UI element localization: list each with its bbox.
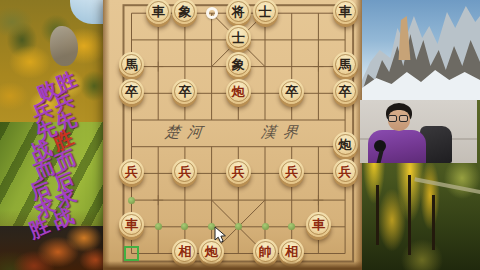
piece-red-chariot[interactable]: 車 <box>306 212 331 237</box>
river-label-right: 漢界 <box>260 123 306 143</box>
move-hint-dot[interactable] <box>128 197 135 204</box>
piece-red-cannon[interactable]: 炮 <box>226 79 251 104</box>
board-edge-left <box>103 0 110 270</box>
piece-black-elephant[interactable]: 象 <box>172 0 197 24</box>
rock-outcrop <box>50 26 78 66</box>
piece-red-soldier[interactable]: 兵 <box>279 159 304 184</box>
tree-trunk <box>376 185 379 245</box>
piece-red-soldier[interactable]: 兵 <box>226 159 251 184</box>
piece-red-soldier[interactable]: 兵 <box>333 159 358 184</box>
piece-black-soldier[interactable]: 卒 <box>279 79 304 104</box>
piece-black-horse[interactable]: 馬 <box>119 52 144 77</box>
piece-red-chariot[interactable]: 車 <box>119 212 144 237</box>
streamer-head <box>386 103 412 132</box>
piece-black-soldier[interactable]: 卒 <box>333 79 358 104</box>
tree-trunk <box>432 195 435 250</box>
move-hint-dot[interactable] <box>262 223 269 230</box>
dolomites-mountains <box>362 0 480 100</box>
xiangqi-board[interactable]: 楚河 漢界 車象将士車士馬象馬卒卒炮卒卒炮兵兵兵兵兵車車相炮帥相 <box>103 0 362 270</box>
last-move-ring <box>206 7 218 19</box>
move-origin-square <box>124 246 139 261</box>
piece-black-soldier[interactable]: 卒 <box>119 79 144 104</box>
piece-black-chariot[interactable]: 車 <box>333 0 358 24</box>
piece-black-horse[interactable]: 馬 <box>333 52 358 77</box>
piece-black-elephant[interactable]: 象 <box>226 52 251 77</box>
piece-black-advisor[interactable]: 士 <box>253 0 278 24</box>
board-edge-bottom <box>103 261 362 270</box>
piece-red-soldier[interactable]: 兵 <box>119 159 144 184</box>
piece-black-cannon[interactable]: 炮 <box>333 132 358 157</box>
piece-red-soldier[interactable]: 兵 <box>172 159 197 184</box>
mountain-trail <box>414 177 480 194</box>
piece-black-soldier[interactable]: 卒 <box>172 79 197 104</box>
glasses <box>388 115 409 122</box>
tree-trunk <box>408 175 411 255</box>
piece-black-general[interactable]: 将 <box>226 0 251 24</box>
river-label-left: 楚河 <box>164 123 210 143</box>
mouse-cursor <box>214 226 228 244</box>
move-hint-dot[interactable] <box>155 223 162 230</box>
piece-black-chariot[interactable]: 車 <box>146 0 171 24</box>
webcam-video <box>360 100 477 163</box>
piece-black-advisor[interactable]: 士 <box>226 25 251 50</box>
video-frame: 胜兵先胜而后求战败兵先战而后求胜 楚河 漢界 車象将士車士馬象馬卒卒炮卒卒炮兵兵… <box>0 0 480 270</box>
